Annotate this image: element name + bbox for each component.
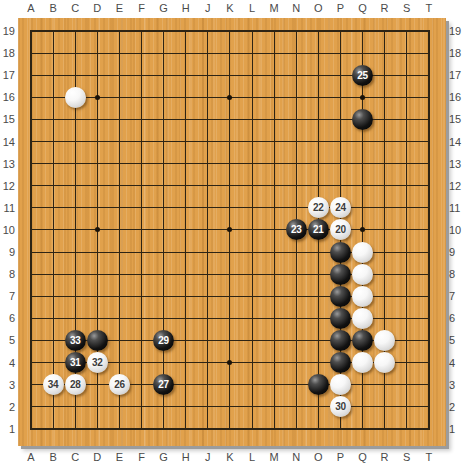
column-label-top-C: C — [65, 1, 85, 15]
move-number: 22 — [313, 202, 324, 213]
stone-D5[interactable] — [87, 330, 108, 351]
column-label-top-S: S — [397, 1, 417, 15]
row-label-right-8: 8 — [449, 267, 464, 281]
row-label-right-7: 7 — [449, 289, 464, 303]
column-label-bottom-H: H — [176, 450, 196, 464]
stone-B3[interactable]: 34 — [43, 374, 64, 395]
column-label-bottom-J: J — [198, 450, 218, 464]
row-label-left-15: 15 — [0, 112, 15, 126]
go-diagram: ABCDEFGHJKLMNOPQRST ABCDEFGHJKLMNOPQRST … — [0, 0, 464, 464]
stone-P8[interactable] — [330, 264, 351, 285]
row-label-left-2: 2 — [0, 400, 15, 414]
column-label-top-R: R — [375, 1, 395, 15]
stone-P4[interactable] — [330, 352, 351, 373]
row-label-right-1: 1 — [449, 422, 464, 436]
column-label-top-A: A — [21, 1, 41, 15]
stone-O3[interactable] — [308, 374, 329, 395]
move-number: 26 — [114, 379, 125, 390]
grid-line-vertical — [274, 31, 275, 429]
column-label-top-B: B — [43, 1, 63, 15]
row-label-left-14: 14 — [0, 135, 15, 149]
star-point-Q16 — [360, 95, 365, 100]
move-number: 33 — [70, 335, 81, 346]
stone-Q17[interactable]: 25 — [352, 65, 373, 86]
column-label-bottom-L: L — [242, 450, 262, 464]
column-label-bottom-F: F — [132, 450, 152, 464]
row-label-left-1: 1 — [0, 422, 15, 436]
column-label-top-K: K — [220, 1, 240, 15]
column-label-top-L: L — [242, 1, 262, 15]
row-label-right-6: 6 — [449, 311, 464, 325]
grid-line-vertical — [252, 31, 253, 429]
column-label-top-F: F — [132, 1, 152, 15]
row-label-right-17: 17 — [449, 68, 464, 82]
column-label-top-T: T — [419, 1, 439, 15]
move-number: 28 — [70, 379, 81, 390]
row-label-right-11: 11 — [449, 201, 464, 215]
column-label-bottom-M: M — [264, 450, 284, 464]
column-label-top-O: O — [308, 1, 328, 15]
star-point-D16 — [95, 95, 100, 100]
column-label-bottom-B: B — [43, 450, 63, 464]
row-label-left-5: 5 — [0, 333, 15, 347]
move-number: 25 — [357, 70, 368, 81]
stone-C3[interactable]: 28 — [65, 374, 86, 395]
row-label-right-4: 4 — [449, 356, 464, 370]
row-label-right-13: 13 — [449, 157, 464, 171]
stone-Q9[interactable] — [352, 242, 373, 263]
stone-P6[interactable] — [330, 308, 351, 329]
stone-Q15[interactable] — [352, 109, 373, 130]
go-board[interactable]: 252224232120303331323428262927 — [18, 18, 446, 446]
column-label-bottom-T: T — [419, 450, 439, 464]
column-label-top-E: E — [109, 1, 129, 15]
column-label-bottom-P: P — [330, 450, 350, 464]
row-label-left-13: 13 — [0, 157, 15, 171]
row-label-left-3: 3 — [0, 378, 15, 392]
move-number: 20 — [335, 224, 346, 235]
column-label-bottom-G: G — [154, 450, 174, 464]
stone-C4[interactable]: 31 — [65, 352, 86, 373]
stone-P3[interactable] — [330, 374, 351, 395]
row-label-right-14: 14 — [449, 135, 464, 149]
grid-line-vertical — [406, 31, 407, 429]
column-label-bottom-D: D — [87, 450, 107, 464]
stone-Q7[interactable] — [352, 286, 373, 307]
row-label-left-10: 10 — [0, 223, 15, 237]
move-number: 30 — [335, 401, 346, 412]
grid-line-vertical — [428, 31, 429, 429]
row-label-left-6: 6 — [0, 311, 15, 325]
column-label-top-H: H — [176, 1, 196, 15]
row-label-left-8: 8 — [0, 267, 15, 281]
row-label-right-9: 9 — [449, 245, 464, 259]
stone-O11[interactable]: 22 — [308, 197, 329, 218]
stone-E3[interactable]: 26 — [109, 374, 130, 395]
stone-Q5[interactable] — [352, 330, 373, 351]
stone-C5[interactable]: 33 — [65, 330, 86, 351]
stone-P7[interactable] — [330, 286, 351, 307]
stone-P2[interactable]: 30 — [330, 396, 351, 417]
stone-P9[interactable] — [330, 242, 351, 263]
move-number: 23 — [291, 224, 302, 235]
column-label-bottom-C: C — [65, 450, 85, 464]
stone-R4[interactable] — [374, 352, 395, 373]
row-label-right-12: 12 — [449, 179, 464, 193]
column-label-bottom-O: O — [308, 450, 328, 464]
row-label-left-16: 16 — [0, 90, 15, 104]
stone-R5[interactable] — [374, 330, 395, 351]
column-label-top-M: M — [264, 1, 284, 15]
column-label-top-J: J — [198, 1, 218, 15]
row-label-right-15: 15 — [449, 112, 464, 126]
row-label-right-16: 16 — [449, 90, 464, 104]
column-label-top-P: P — [330, 1, 350, 15]
move-number: 24 — [335, 202, 346, 213]
row-label-left-7: 7 — [0, 289, 15, 303]
column-label-bottom-Q: Q — [353, 450, 373, 464]
column-label-bottom-N: N — [286, 450, 306, 464]
move-number: 34 — [48, 379, 59, 390]
row-label-right-5: 5 — [449, 333, 464, 347]
column-label-bottom-R: R — [375, 450, 395, 464]
stone-N10[interactable]: 23 — [286, 219, 307, 240]
column-label-bottom-K: K — [220, 450, 240, 464]
row-label-left-18: 18 — [0, 46, 15, 60]
column-label-bottom-A: A — [21, 450, 41, 464]
row-label-left-9: 9 — [0, 245, 15, 259]
grid-line-horizontal — [31, 406, 429, 407]
column-label-top-N: N — [286, 1, 306, 15]
column-label-top-G: G — [154, 1, 174, 15]
row-label-right-10: 10 — [449, 223, 464, 237]
move-number: 32 — [92, 357, 103, 368]
row-label-right-19: 19 — [449, 24, 464, 38]
move-number: 29 — [158, 335, 169, 346]
column-label-bottom-E: E — [109, 450, 129, 464]
row-label-left-19: 19 — [0, 24, 15, 38]
row-label-left-4: 4 — [0, 356, 15, 370]
column-label-top-Q: Q — [353, 1, 373, 15]
move-number: 31 — [70, 357, 81, 368]
stone-C16[interactable] — [65, 87, 86, 108]
stone-Q8[interactable] — [352, 264, 373, 285]
row-label-left-12: 12 — [0, 179, 15, 193]
row-label-right-18: 18 — [449, 46, 464, 60]
stone-G5[interactable]: 29 — [153, 330, 174, 351]
row-label-right-2: 2 — [449, 400, 464, 414]
column-label-top-D: D — [87, 1, 107, 15]
row-label-left-17: 17 — [0, 68, 15, 82]
stone-D4[interactable]: 32 — [87, 352, 108, 373]
grid-line-horizontal — [31, 384, 429, 385]
move-number: 21 — [313, 224, 324, 235]
stone-Q4[interactable] — [352, 352, 373, 373]
row-label-right-3: 3 — [449, 378, 464, 392]
row-label-left-11: 11 — [0, 201, 15, 215]
stone-Q6[interactable] — [352, 308, 373, 329]
move-number: 27 — [158, 379, 169, 390]
column-label-bottom-S: S — [397, 450, 417, 464]
stone-P5[interactable] — [330, 330, 351, 351]
grid-line-horizontal — [31, 428, 429, 429]
